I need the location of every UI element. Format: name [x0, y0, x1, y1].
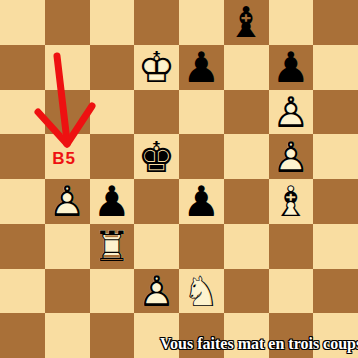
white-knight[interactable]: ♞♘ [179, 269, 224, 314]
square-g5[interactable]: ♟♙ [269, 134, 314, 179]
square-a5[interactable] [0, 134, 45, 179]
square-d4[interactable] [134, 179, 179, 224]
white-king[interactable]: ♚♔ [134, 45, 179, 90]
square-h7[interactable] [313, 45, 358, 90]
square-h8[interactable] [313, 0, 358, 45]
black-pawn[interactable]: ♟ [90, 179, 135, 224]
square-e4[interactable]: ♟ [179, 179, 224, 224]
square-f6[interactable] [224, 90, 269, 135]
square-f5[interactable] [224, 134, 269, 179]
target-square-label: B5 [46, 149, 82, 169]
square-a7[interactable] [0, 45, 45, 90]
square-b7[interactable] [45, 45, 90, 90]
square-b4[interactable]: ♟♙ [45, 179, 90, 224]
square-f3[interactable] [224, 224, 269, 269]
square-c6[interactable] [90, 90, 135, 135]
puzzle-caption: Vous faites mat en trois coups. [160, 335, 358, 353]
square-e5[interactable] [179, 134, 224, 179]
square-h2[interactable] [313, 269, 358, 314]
square-b1[interactable] [45, 313, 90, 358]
square-d6[interactable] [134, 90, 179, 135]
square-b6[interactable] [45, 90, 90, 135]
square-d3[interactable] [134, 224, 179, 269]
square-c1[interactable] [90, 313, 135, 358]
square-f2[interactable] [224, 269, 269, 314]
white-pawn[interactable]: ♟♙ [134, 269, 179, 314]
square-e2[interactable]: ♞♘ [179, 269, 224, 314]
square-e3[interactable] [179, 224, 224, 269]
square-f8[interactable]: ♝ [224, 0, 269, 45]
square-f4[interactable] [224, 179, 269, 224]
square-b8[interactable] [45, 0, 90, 45]
square-c7[interactable] [90, 45, 135, 90]
square-a8[interactable] [0, 0, 45, 45]
square-c4[interactable]: ♟ [90, 179, 135, 224]
square-h5[interactable] [313, 134, 358, 179]
square-g2[interactable] [269, 269, 314, 314]
white-pawn[interactable]: ♟♙ [269, 90, 314, 135]
square-g6[interactable]: ♟♙ [269, 90, 314, 135]
square-d5[interactable]: ♚ [134, 134, 179, 179]
black-pawn[interactable]: ♟ [179, 45, 224, 90]
chess-puzzle: ♝♚♔♟♟♟♙♚♟♙♟♙♟♟♝♗♜♖♟♙♞♘ B5 Vous faites ma… [0, 0, 358, 358]
square-h4[interactable] [313, 179, 358, 224]
white-pawn[interactable]: ♟♙ [269, 134, 314, 179]
square-a4[interactable] [0, 179, 45, 224]
square-g4[interactable]: ♝♗ [269, 179, 314, 224]
square-d7[interactable]: ♚♔ [134, 45, 179, 90]
black-bishop[interactable]: ♝ [224, 0, 269, 45]
square-f7[interactable] [224, 45, 269, 90]
square-e7[interactable]: ♟ [179, 45, 224, 90]
black-pawn[interactable]: ♟ [179, 179, 224, 224]
square-g8[interactable] [269, 0, 314, 45]
square-d2[interactable]: ♟♙ [134, 269, 179, 314]
square-a6[interactable] [0, 90, 45, 135]
square-b3[interactable] [45, 224, 90, 269]
square-g7[interactable]: ♟ [269, 45, 314, 90]
square-a2[interactable] [0, 269, 45, 314]
square-c3[interactable]: ♜♖ [90, 224, 135, 269]
square-c5[interactable] [90, 134, 135, 179]
square-e8[interactable] [179, 0, 224, 45]
white-rook[interactable]: ♜♖ [90, 224, 135, 269]
square-c8[interactable] [90, 0, 135, 45]
square-d8[interactable] [134, 0, 179, 45]
square-a1[interactable] [0, 313, 45, 358]
square-e6[interactable] [179, 90, 224, 135]
black-pawn[interactable]: ♟ [269, 45, 314, 90]
square-c2[interactable] [90, 269, 135, 314]
white-pawn[interactable]: ♟♙ [45, 179, 90, 224]
white-bishop[interactable]: ♝♗ [269, 179, 314, 224]
square-g3[interactable] [269, 224, 314, 269]
square-h6[interactable] [313, 90, 358, 135]
chess-board: ♝♚♔♟♟♟♙♚♟♙♟♙♟♟♝♗♜♖♟♙♞♘ [0, 0, 358, 358]
square-h3[interactable] [313, 224, 358, 269]
square-a3[interactable] [0, 224, 45, 269]
square-b2[interactable] [45, 269, 90, 314]
black-king[interactable]: ♚ [134, 134, 179, 179]
